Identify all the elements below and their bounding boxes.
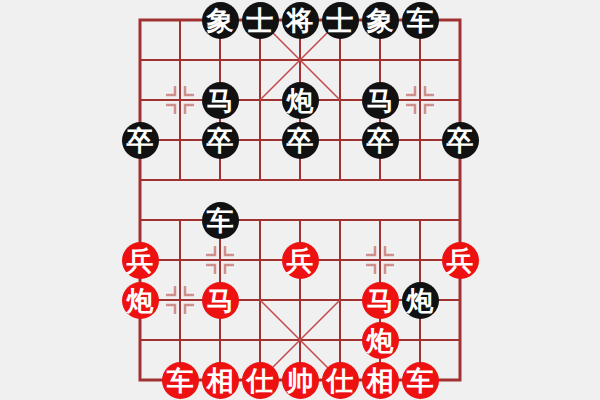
- piece-black-elephant[interactable]: 象: [202, 2, 239, 39]
- point-marker: [225, 246, 234, 255]
- piece-black-soldier[interactable]: 卒: [202, 122, 239, 159]
- piece-red-chariot[interactable]: 车: [402, 362, 439, 399]
- point-marker: [206, 265, 215, 274]
- piece-red-soldier[interactable]: 兵: [122, 242, 159, 279]
- point-marker: [166, 86, 175, 95]
- point-marker: [385, 246, 394, 255]
- piece-black-horse[interactable]: 马: [362, 82, 399, 119]
- piece-red-chariot[interactable]: 车: [162, 362, 199, 399]
- piece-black-cannon[interactable]: 炮: [402, 282, 439, 319]
- piece-red-cannon[interactable]: 炮: [362, 322, 399, 359]
- point-marker: [166, 286, 175, 295]
- piece-black-soldier[interactable]: 卒: [122, 122, 159, 159]
- point-marker: [225, 265, 234, 274]
- point-marker: [166, 305, 175, 314]
- point-marker: [185, 286, 194, 295]
- xiangqi-diagram: 象士将士象车马炮马卒卒卒卒卒车炮兵兵兵炮马马炮车相仕帅仕相车: [0, 0, 600, 400]
- piece-black-horse[interactable]: 马: [202, 82, 239, 119]
- point-marker: [166, 105, 175, 114]
- piece-red-advisor[interactable]: 仕: [242, 362, 279, 399]
- piece-black-chariot[interactable]: 车: [202, 202, 239, 239]
- point-marker: [425, 86, 434, 95]
- point-marker: [425, 105, 434, 114]
- board-grid: [0, 0, 600, 400]
- point-marker: [406, 86, 415, 95]
- piece-red-soldier[interactable]: 兵: [442, 242, 479, 279]
- piece-black-general[interactable]: 将: [282, 2, 319, 39]
- piece-black-chariot[interactable]: 车: [402, 2, 439, 39]
- piece-black-cannon[interactable]: 炮: [282, 82, 319, 119]
- piece-black-soldier[interactable]: 卒: [362, 122, 399, 159]
- piece-red-general[interactable]: 帅: [282, 362, 319, 399]
- point-marker: [366, 265, 375, 274]
- piece-red-soldier[interactable]: 兵: [282, 242, 319, 279]
- point-marker: [385, 265, 394, 274]
- point-marker: [206, 246, 215, 255]
- piece-black-elephant[interactable]: 象: [362, 2, 399, 39]
- piece-red-elephant[interactable]: 相: [362, 362, 399, 399]
- piece-red-horse[interactable]: 马: [202, 282, 239, 319]
- piece-red-elephant[interactable]: 相: [202, 362, 239, 399]
- point-marker: [185, 105, 194, 114]
- piece-black-soldier[interactable]: 卒: [442, 122, 479, 159]
- xiangqi-board[interactable]: 象士将士象车马炮马卒卒卒卒卒车炮兵兵兵炮马马炮车相仕帅仕相车: [0, 0, 600, 400]
- piece-red-cannon[interactable]: 炮: [122, 282, 159, 319]
- point-marker: [185, 86, 194, 95]
- grid-vertical-lines: [140, 20, 460, 380]
- point-marker: [406, 105, 415, 114]
- piece-red-advisor[interactable]: 仕: [322, 362, 359, 399]
- piece-black-advisor[interactable]: 士: [242, 2, 279, 39]
- piece-black-soldier[interactable]: 卒: [282, 122, 319, 159]
- point-marker: [366, 246, 375, 255]
- piece-red-horse[interactable]: 马: [362, 282, 399, 319]
- point-marker: [185, 305, 194, 314]
- piece-black-advisor[interactable]: 士: [322, 2, 359, 39]
